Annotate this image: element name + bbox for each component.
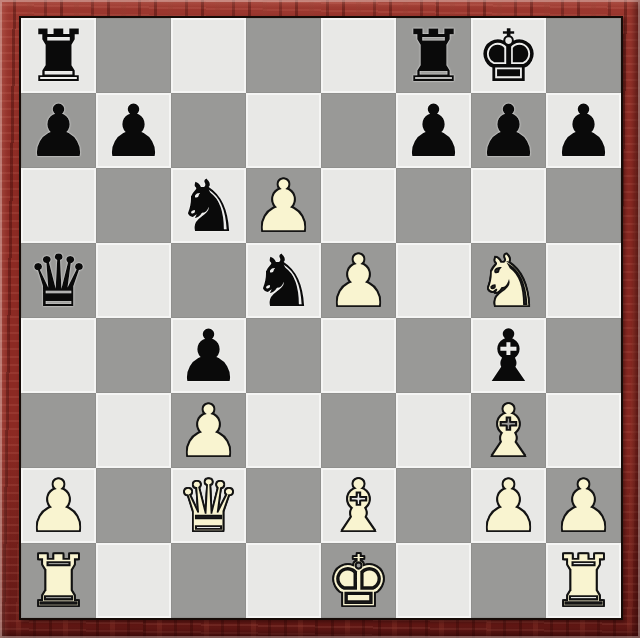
piece-white-rook[interactable]: ♜ xyxy=(21,543,96,618)
square-f3[interactable] xyxy=(396,393,471,468)
piece-black-bishop[interactable]: ♝ xyxy=(471,318,546,393)
square-a4[interactable] xyxy=(21,318,96,393)
square-h2[interactable]: ♟ xyxy=(546,468,621,543)
square-c3[interactable]: ♟ xyxy=(171,393,246,468)
square-d4[interactable] xyxy=(246,318,321,393)
square-f7[interactable]: ♟ xyxy=(396,93,471,168)
square-f5[interactable] xyxy=(396,243,471,318)
chess-board: ♜♜♚♟♟♟♟♟♞♟♛♞♟♞♟♝♟♝♟♛♝♟♟♜♚♜ xyxy=(19,16,623,620)
square-h4[interactable] xyxy=(546,318,621,393)
square-d3[interactable] xyxy=(246,393,321,468)
piece-white-queen[interactable]: ♛ xyxy=(171,468,246,543)
square-g7[interactable]: ♟ xyxy=(471,93,546,168)
square-f2[interactable] xyxy=(396,468,471,543)
piece-black-pawn[interactable]: ♟ xyxy=(21,93,96,168)
square-a6[interactable] xyxy=(21,168,96,243)
square-a7[interactable]: ♟ xyxy=(21,93,96,168)
square-h8[interactable] xyxy=(546,18,621,93)
piece-white-pawn[interactable]: ♟ xyxy=(321,243,396,318)
square-f4[interactable] xyxy=(396,318,471,393)
square-e1[interactable]: ♚ xyxy=(321,543,396,618)
square-f6[interactable] xyxy=(396,168,471,243)
square-a5[interactable]: ♛ xyxy=(21,243,96,318)
square-g4[interactable]: ♝ xyxy=(471,318,546,393)
square-g8[interactable]: ♚ xyxy=(471,18,546,93)
square-h1[interactable]: ♜ xyxy=(546,543,621,618)
square-h6[interactable] xyxy=(546,168,621,243)
piece-black-pawn[interactable]: ♟ xyxy=(171,318,246,393)
square-a8[interactable]: ♜ xyxy=(21,18,96,93)
piece-white-pawn[interactable]: ♟ xyxy=(471,468,546,543)
square-e8[interactable] xyxy=(321,18,396,93)
square-c8[interactable] xyxy=(171,18,246,93)
square-b2[interactable] xyxy=(96,468,171,543)
square-a1[interactable]: ♜ xyxy=(21,543,96,618)
square-c4[interactable]: ♟ xyxy=(171,318,246,393)
square-g3[interactable]: ♝ xyxy=(471,393,546,468)
square-h5[interactable] xyxy=(546,243,621,318)
square-f8[interactable]: ♜ xyxy=(396,18,471,93)
piece-white-knight[interactable]: ♞ xyxy=(471,243,546,318)
square-d1[interactable] xyxy=(246,543,321,618)
piece-black-pawn[interactable]: ♟ xyxy=(396,93,471,168)
square-a2[interactable]: ♟ xyxy=(21,468,96,543)
square-e7[interactable] xyxy=(321,93,396,168)
piece-black-king[interactable]: ♚ xyxy=(471,18,546,93)
square-d6[interactable]: ♟ xyxy=(246,168,321,243)
piece-white-pawn[interactable]: ♟ xyxy=(546,468,621,543)
square-c5[interactable] xyxy=(171,243,246,318)
piece-white-king[interactable]: ♚ xyxy=(321,543,396,618)
piece-white-pawn[interactable]: ♟ xyxy=(246,168,321,243)
square-b4[interactable] xyxy=(96,318,171,393)
square-g6[interactable] xyxy=(471,168,546,243)
square-c1[interactable] xyxy=(171,543,246,618)
square-f1[interactable] xyxy=(396,543,471,618)
square-b3[interactable] xyxy=(96,393,171,468)
square-e5[interactable]: ♟ xyxy=(321,243,396,318)
square-d7[interactable] xyxy=(246,93,321,168)
square-b6[interactable] xyxy=(96,168,171,243)
piece-black-rook[interactable]: ♜ xyxy=(396,18,471,93)
piece-black-rook[interactable]: ♜ xyxy=(21,18,96,93)
piece-white-pawn[interactable]: ♟ xyxy=(171,393,246,468)
piece-white-pawn[interactable]: ♟ xyxy=(21,468,96,543)
square-e3[interactable] xyxy=(321,393,396,468)
piece-white-bishop[interactable]: ♝ xyxy=(321,468,396,543)
chess-diagram: ♜♜♚♟♟♟♟♟♞♟♛♞♟♞♟♝♟♝♟♛♝♟♟♜♚♜ xyxy=(0,0,640,638)
piece-black-knight[interactable]: ♞ xyxy=(171,168,246,243)
piece-black-queen[interactable]: ♛ xyxy=(21,243,96,318)
piece-white-bishop[interactable]: ♝ xyxy=(471,393,546,468)
square-g5[interactable]: ♞ xyxy=(471,243,546,318)
square-c7[interactable] xyxy=(171,93,246,168)
piece-white-rook[interactable]: ♜ xyxy=(546,543,621,618)
square-e2[interactable]: ♝ xyxy=(321,468,396,543)
piece-black-knight[interactable]: ♞ xyxy=(246,243,321,318)
square-c2[interactable]: ♛ xyxy=(171,468,246,543)
square-a3[interactable] xyxy=(21,393,96,468)
square-e4[interactable] xyxy=(321,318,396,393)
square-h3[interactable] xyxy=(546,393,621,468)
square-b5[interactable] xyxy=(96,243,171,318)
piece-black-pawn[interactable]: ♟ xyxy=(96,93,171,168)
square-b1[interactable] xyxy=(96,543,171,618)
square-g1[interactable] xyxy=(471,543,546,618)
square-c6[interactable]: ♞ xyxy=(171,168,246,243)
square-d2[interactable] xyxy=(246,468,321,543)
piece-black-pawn[interactable]: ♟ xyxy=(471,93,546,168)
square-b7[interactable]: ♟ xyxy=(96,93,171,168)
square-d5[interactable]: ♞ xyxy=(246,243,321,318)
square-g2[interactable]: ♟ xyxy=(471,468,546,543)
square-b8[interactable] xyxy=(96,18,171,93)
square-d8[interactable] xyxy=(246,18,321,93)
square-e6[interactable] xyxy=(321,168,396,243)
square-h7[interactable]: ♟ xyxy=(546,93,621,168)
piece-black-pawn[interactable]: ♟ xyxy=(546,93,621,168)
